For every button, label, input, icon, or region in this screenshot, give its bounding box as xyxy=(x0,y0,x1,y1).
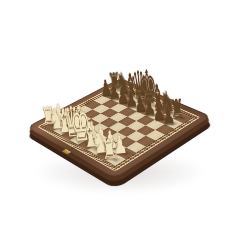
product-photo-scene: ♜♞♝♛♚♝♞♜♟♟♟♟♟♟♟♟♟♟♟♟♟♟♟♟♜♞♝♛♚♝♞♜ xyxy=(0,0,230,230)
board-tilt-wrapper: ♜♞♝♛♚♝♞♜♟♟♟♟♟♟♟♟♟♟♟♟♟♟♟♟♜♞♝♛♚♝♞♜ xyxy=(45,49,190,194)
black-pawn: ♟ xyxy=(160,103,175,127)
white-rook: ♜ xyxy=(100,136,119,164)
